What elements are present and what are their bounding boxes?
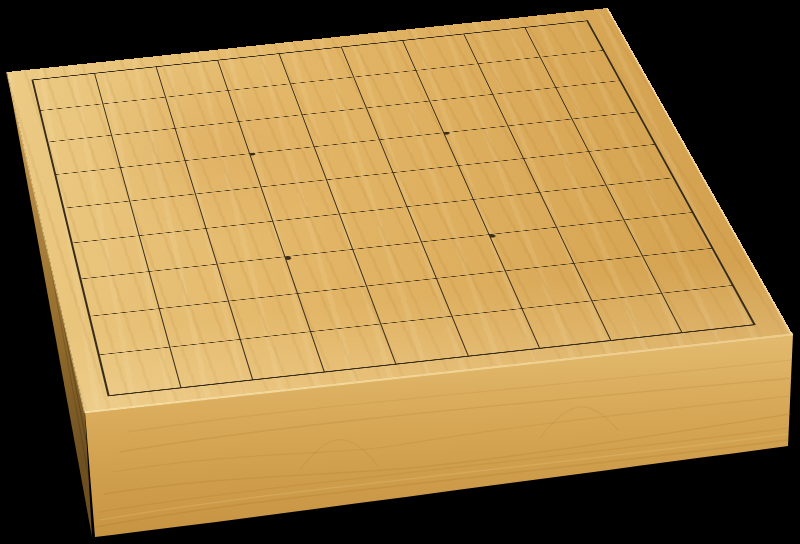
board-grid: [31, 20, 756, 396]
square-7i[interactable]: [241, 332, 325, 379]
square-9i[interactable]: [100, 347, 182, 395]
square-8i[interactable]: [170, 340, 253, 388]
scene: [0, 0, 800, 544]
